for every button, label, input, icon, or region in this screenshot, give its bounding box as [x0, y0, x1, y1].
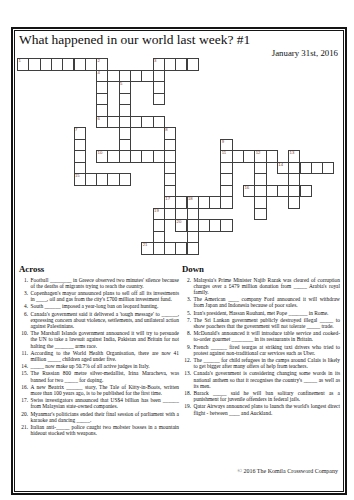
- clue-number: 5.: [182, 310, 194, 316]
- grid-cell[interactable]: [187, 242, 199, 255]
- clue-text: The American ____ company Ford announced…: [194, 296, 341, 308]
- cell-number: 18: [188, 197, 193, 202]
- clue-number: 7.: [182, 317, 194, 329]
- clue-text: Canada's government said it delivered a …: [31, 311, 180, 330]
- cell-number: 14: [278, 163, 283, 168]
- puzzle-date: January 31st, 2016: [272, 48, 338, 58]
- grid-cell[interactable]: [119, 173, 131, 186]
- cell-number: 16: [244, 186, 249, 191]
- clue-item: 5.Iran's president, Hassan Rouhani, met …: [182, 310, 340, 316]
- across-section: Across 1.Football ________ in Greece obs…: [19, 264, 179, 437]
- clue-item: 3.The American ____ company Ford announc…: [182, 296, 340, 308]
- cell-number: 13: [290, 151, 295, 156]
- down-list: 2.Malaysia's Prime Minister Najib Razak …: [182, 277, 340, 416]
- puzzle-page: What happened in our world last week? #1…: [14, 30, 344, 492]
- clue-number: 10.: [19, 330, 31, 349]
- clue-number: 15.: [19, 370, 31, 382]
- grid-cell[interactable]: [220, 196, 232, 209]
- clue-number: 12.: [182, 357, 194, 369]
- clue-number: 9.: [182, 344, 194, 356]
- cell-number: 17: [165, 197, 170, 202]
- clue-text: Copenhagen's mayor announced plans to se…: [31, 290, 180, 302]
- clue-number: 3.: [19, 290, 31, 302]
- grid-cell[interactable]: [220, 219, 232, 232]
- cell-number: 11: [222, 151, 226, 156]
- clue-text: McDonald's announced it will introduce t…: [194, 330, 341, 342]
- clue-number: 18.: [182, 390, 194, 402]
- clue-text: Swiss investigators announced that US$4 …: [31, 397, 180, 409]
- cell-number: 12: [256, 151, 261, 156]
- cell-number: 21: [143, 243, 148, 248]
- grid-cell[interactable]: [322, 162, 334, 175]
- crossword-grid: 123456789101112131415161718192021: [17, 58, 335, 255]
- clue-text: The Russian 800 metre silver-medallist, …: [31, 370, 180, 382]
- clue-item: 15.The Russian 800 metre silver-medallis…: [19, 370, 179, 382]
- clue-item: 19.Qatar Airways announced plans to laun…: [182, 403, 340, 415]
- cell-number: 9: [222, 140, 224, 145]
- clue-text: Qatar Airways announced plans to launch …: [194, 403, 341, 415]
- page-title: What happened in our world last week? #1: [19, 32, 250, 47]
- clue-number: 11.: [19, 350, 31, 362]
- clue-text: French ______ fired teargas at striking …: [194, 344, 341, 356]
- clue-number: 16.: [19, 384, 31, 396]
- clue-text: Canada's government is considering chang…: [194, 370, 341, 389]
- clue-item: 6.Canada's government said it delivered …: [19, 311, 179, 330]
- cell-number: 20: [177, 220, 182, 225]
- clue-text: Iran's president, Hassan Rouhani, met Po…: [194, 310, 341, 316]
- copyright-footer: © 2016 The Komila Crossword Company: [237, 468, 338, 475]
- cell-number: 3: [154, 59, 156, 64]
- clue-number: 6.: [19, 311, 31, 330]
- clue-text: The Marshall Islands government announce…: [31, 330, 180, 349]
- clue-number: 21.: [19, 424, 31, 436]
- clue-text: The ______ for child refugees in the cam…: [194, 357, 341, 369]
- cell-number: 1: [18, 59, 20, 64]
- cell-number: 2: [98, 59, 100, 64]
- clue-item: 4.South ______ imposed a year-long ban o…: [19, 303, 179, 309]
- clue-item: 7.The Sri Lankan government publicly des…: [182, 317, 340, 329]
- clue-number: 19.: [182, 403, 194, 415]
- clue-number: 17.: [19, 397, 31, 409]
- clue-number: 14.: [19, 363, 31, 369]
- grid-cell[interactable]: [153, 93, 165, 106]
- grid-cell[interactable]: [187, 58, 199, 71]
- clue-item: 12.The ______ for child refugees in the …: [182, 357, 340, 369]
- clue-number: 13.: [182, 370, 194, 389]
- clue-text: South ______ imposed a year-long ban on …: [31, 303, 180, 309]
- clue-text: _____ now make up 50.7% of all active ju…: [31, 363, 180, 369]
- clue-number: 3.: [182, 296, 194, 308]
- clue-item: 16.A new Beatrix ______ story, The Tale …: [19, 384, 179, 396]
- clue-text: Myanmar's politicians ended their final …: [31, 411, 180, 423]
- cell-number: 8: [165, 128, 167, 133]
- across-heading: Across: [19, 264, 179, 274]
- clue-number: 4.: [19, 303, 31, 309]
- clue-item: 8.McDonald's announced it will introduce…: [182, 330, 340, 342]
- cell-number: 7: [75, 128, 77, 133]
- clue-item: 17.Swiss investigators announced that US…: [19, 397, 179, 409]
- grid-cell[interactable]: [254, 208, 266, 221]
- clue-item: 18.Barack _____ said he will ban solitar…: [182, 390, 340, 402]
- cell-number: 6: [98, 117, 100, 122]
- clue-item: 21.Italian anti-_____ police caught two …: [19, 424, 179, 436]
- clue-item: 2.Malaysia's Prime Minister Najib Razak …: [182, 277, 340, 296]
- clue-number: 1.: [19, 277, 31, 289]
- down-section: Down 2.Malaysia's Prime Minister Najib R…: [182, 264, 340, 417]
- clue-number: 20.: [19, 411, 31, 423]
- cell-number: 4: [98, 71, 100, 76]
- clue-item: 14._____ now make up 50.7% of all active…: [19, 363, 179, 369]
- clue-item: 11.According to the World Health Organis…: [19, 350, 179, 362]
- clue-text: A new Beatrix ______ story, The Tale of …: [31, 384, 180, 396]
- cell-number: 5: [120, 82, 122, 87]
- cell-number: 19: [154, 209, 159, 214]
- clue-text: Football ________ in Greece observed two…: [31, 277, 180, 289]
- grid-cell[interactable]: [300, 185, 312, 198]
- clue-item: 1.Football ________ in Greece observed t…: [19, 277, 179, 289]
- clue-item: 9.French ______ fired teargas at strikin…: [182, 344, 340, 356]
- down-heading: Down: [182, 264, 340, 274]
- across-list: 1.Football ________ in Greece observed t…: [19, 277, 179, 437]
- cell-number: 15: [75, 174, 80, 179]
- clue-item: 10.The Marshall Islands government annou…: [19, 330, 179, 349]
- clue-number: 8.: [182, 330, 194, 342]
- clue-text: The Sri Lankan government publicly destr…: [194, 317, 341, 329]
- clue-number: 2.: [182, 277, 194, 296]
- grid-cell[interactable]: [288, 196, 300, 209]
- clue-text: Malaysia's Prime Minister Najib Razak wa…: [194, 277, 341, 296]
- clue-text: Barack _____ said he will ban solitary c…: [194, 390, 341, 402]
- clue-item: 3.Copenhagen's mayor announced plans to …: [19, 290, 179, 302]
- clue-text: Italian anti-_____ police caught two mob…: [31, 424, 180, 436]
- cell-number: 10: [98, 151, 103, 156]
- clue-text: According to the World Health Organisati…: [31, 350, 180, 362]
- clue-item: 13.Canada's government is considering ch…: [182, 370, 340, 389]
- clue-item: 20.Myanmar's politicians ended their fin…: [19, 411, 179, 423]
